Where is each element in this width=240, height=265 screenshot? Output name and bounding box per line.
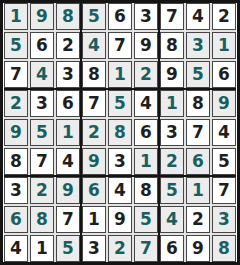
- cell-r8c1[interactable]: 6: [4, 206, 28, 233]
- cell-r9c6[interactable]: 7: [134, 235, 158, 262]
- cell-r3c6[interactable]: 2: [134, 61, 158, 88]
- box-9: 517423698: [160, 177, 236, 262]
- cell-r2c6[interactable]: 9: [134, 32, 158, 59]
- box-2: 563479812: [82, 3, 158, 88]
- cell-r6c3[interactable]: 4: [56, 148, 80, 175]
- box-1: 198562743: [4, 3, 80, 88]
- cell-r2c8[interactable]: 3: [186, 32, 210, 59]
- cell-r3c2[interactable]: 4: [30, 61, 54, 88]
- cell-r1c8[interactable]: 4: [186, 3, 210, 30]
- cell-r1c2[interactable]: 9: [30, 3, 54, 30]
- cell-r8c5[interactable]: 9: [108, 206, 132, 233]
- box-4: 236951874: [4, 90, 80, 175]
- cell-r5c9[interactable]: 4: [212, 119, 236, 146]
- cell-r6c7[interactable]: 2: [160, 148, 184, 175]
- cell-r1c5[interactable]: 6: [108, 3, 132, 30]
- cell-r1c1[interactable]: 1: [4, 3, 28, 30]
- cell-r5c6[interactable]: 6: [134, 119, 158, 146]
- cell-r9c4[interactable]: 3: [82, 235, 106, 262]
- cell-r8c3[interactable]: 7: [56, 206, 80, 233]
- cell-r4c4[interactable]: 7: [82, 90, 106, 117]
- cell-r8c7[interactable]: 4: [160, 206, 184, 233]
- box-3: 742831956: [160, 3, 236, 88]
- cell-r2c5[interactable]: 7: [108, 32, 132, 59]
- cell-r1c9[interactable]: 2: [212, 3, 236, 30]
- cell-r4c1[interactable]: 2: [4, 90, 28, 117]
- cell-r3c4[interactable]: 8: [82, 61, 106, 88]
- cell-r9c3[interactable]: 5: [56, 235, 80, 262]
- cell-r6c5[interactable]: 3: [108, 148, 132, 175]
- cell-r7c4[interactable]: 6: [82, 177, 106, 204]
- sudoku-board: 1985627435634798127428319562369518747542…: [0, 0, 240, 265]
- cell-r7c9[interactable]: 7: [212, 177, 236, 204]
- cell-r8c2[interactable]: 8: [30, 206, 54, 233]
- cell-r7c8[interactable]: 1: [186, 177, 210, 204]
- cell-r3c7[interactable]: 9: [160, 61, 184, 88]
- cell-r6c2[interactable]: 7: [30, 148, 54, 175]
- cell-r6c4[interactable]: 9: [82, 148, 106, 175]
- cell-r5c3[interactable]: 1: [56, 119, 80, 146]
- cell-r3c9[interactable]: 6: [212, 61, 236, 88]
- cell-r5c4[interactable]: 2: [82, 119, 106, 146]
- box-5: 754286931: [82, 90, 158, 175]
- box-8: 648195327: [82, 177, 158, 262]
- cell-r3c5[interactable]: 1: [108, 61, 132, 88]
- cell-r9c9[interactable]: 8: [212, 235, 236, 262]
- cell-r6c8[interactable]: 6: [186, 148, 210, 175]
- cell-r3c1[interactable]: 7: [4, 61, 28, 88]
- cell-r8c8[interactable]: 2: [186, 206, 210, 233]
- cell-r4c7[interactable]: 1: [160, 90, 184, 117]
- cell-r9c7[interactable]: 6: [160, 235, 184, 262]
- cell-r5c8[interactable]: 7: [186, 119, 210, 146]
- cell-r2c1[interactable]: 5: [4, 32, 28, 59]
- cell-r1c6[interactable]: 3: [134, 3, 158, 30]
- cell-r8c4[interactable]: 1: [82, 206, 106, 233]
- cell-r2c3[interactable]: 2: [56, 32, 80, 59]
- cell-r2c4[interactable]: 4: [82, 32, 106, 59]
- cell-r5c1[interactable]: 9: [4, 119, 28, 146]
- cell-r4c8[interactable]: 8: [186, 90, 210, 117]
- cell-r1c4[interactable]: 5: [82, 3, 106, 30]
- cell-r1c3[interactable]: 8: [56, 3, 80, 30]
- box-7: 329687415: [4, 177, 80, 262]
- cell-r6c9[interactable]: 5: [212, 148, 236, 175]
- cell-r4c9[interactable]: 9: [212, 90, 236, 117]
- cell-r4c5[interactable]: 5: [108, 90, 132, 117]
- cell-r5c7[interactable]: 3: [160, 119, 184, 146]
- cell-r7c2[interactable]: 2: [30, 177, 54, 204]
- cell-r1c7[interactable]: 7: [160, 3, 184, 30]
- cell-r3c8[interactable]: 5: [186, 61, 210, 88]
- cell-r2c9[interactable]: 1: [212, 32, 236, 59]
- cell-r8c6[interactable]: 5: [134, 206, 158, 233]
- cell-r9c8[interactable]: 9: [186, 235, 210, 262]
- cell-r7c7[interactable]: 5: [160, 177, 184, 204]
- cell-r4c6[interactable]: 4: [134, 90, 158, 117]
- cell-r5c2[interactable]: 5: [30, 119, 54, 146]
- cell-r6c1[interactable]: 8: [4, 148, 28, 175]
- cell-r2c7[interactable]: 8: [160, 32, 184, 59]
- cell-r2c2[interactable]: 6: [30, 32, 54, 59]
- cell-r7c6[interactable]: 8: [134, 177, 158, 204]
- cell-r7c5[interactable]: 4: [108, 177, 132, 204]
- cell-r9c2[interactable]: 1: [30, 235, 54, 262]
- cell-r7c3[interactable]: 9: [56, 177, 80, 204]
- box-6: 189374265: [160, 90, 236, 175]
- cell-r6c6[interactable]: 1: [134, 148, 158, 175]
- cell-r4c3[interactable]: 6: [56, 90, 80, 117]
- cell-r9c5[interactable]: 2: [108, 235, 132, 262]
- cell-r5c5[interactable]: 8: [108, 119, 132, 146]
- cell-r7c1[interactable]: 3: [4, 177, 28, 204]
- cell-r4c2[interactable]: 3: [30, 90, 54, 117]
- cell-r9c1[interactable]: 4: [4, 235, 28, 262]
- sudoku-grid: 1985627435634798127428319562369518747542…: [4, 3, 236, 262]
- cell-r8c9[interactable]: 3: [212, 206, 236, 233]
- cell-r3c3[interactable]: 3: [56, 61, 80, 88]
